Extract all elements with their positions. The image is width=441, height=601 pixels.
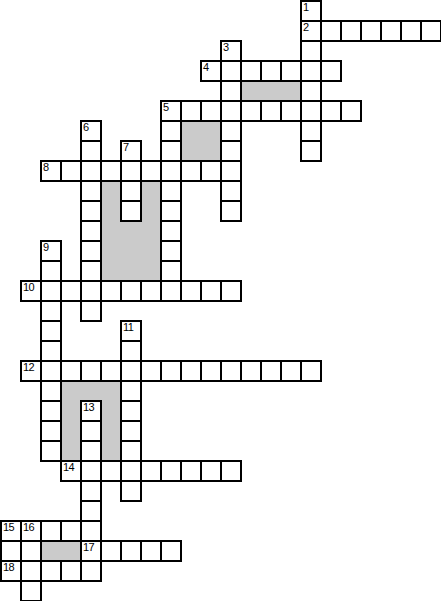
grid-cell[interactable]: [120, 400, 142, 422]
grid-cell[interactable]: [120, 360, 142, 382]
grid-cell[interactable]: [300, 60, 322, 82]
grid-cell[interactable]: [260, 360, 282, 382]
grid-cell[interactable]: [180, 160, 202, 182]
shaded-cell: [180, 120, 200, 140]
grid-cell[interactable]: [220, 80, 242, 102]
grid-cell[interactable]: [40, 300, 62, 322]
grid-cell[interactable]: [40, 400, 62, 422]
grid-cell[interactable]: [40, 520, 62, 542]
grid-cell[interactable]: [80, 300, 102, 322]
grid-cell[interactable]: [80, 280, 102, 302]
grid-cell[interactable]: [80, 140, 102, 162]
grid-cell[interactable]: [80, 460, 102, 482]
shaded-cell: [140, 240, 160, 260]
grid-cell[interactable]: [220, 460, 242, 482]
grid-cell[interactable]: [300, 80, 322, 102]
grid-cell[interactable]: [160, 240, 182, 262]
grid-cell[interactable]: [120, 180, 142, 202]
grid-cell[interactable]: [40, 340, 62, 362]
shaded-cell: [60, 420, 80, 440]
clue-number: 9: [43, 242, 49, 253]
grid-cell[interactable]: [220, 160, 242, 182]
grid-cell[interactable]: [80, 180, 102, 202]
grid-cell[interactable]: [60, 280, 82, 302]
shaded-cell: [280, 80, 300, 100]
grid-cell[interactable]: [80, 480, 102, 502]
clue-number: 5: [163, 102, 169, 113]
grid-cell[interactable]: [260, 100, 282, 122]
clue-number: 17: [83, 542, 94, 553]
grid-cell[interactable]: [180, 280, 202, 302]
grid-cell[interactable]: [380, 20, 402, 42]
grid-cell[interactable]: [40, 260, 62, 282]
shaded-cell: [100, 440, 120, 460]
grid-cell[interactable]: [100, 460, 122, 482]
grid-cell[interactable]: [60, 560, 82, 582]
grid-cell[interactable]: [20, 560, 42, 582]
grid-cell[interactable]: [180, 100, 202, 122]
grid-cell[interactable]: [160, 160, 182, 182]
grid-cell[interactable]: [160, 360, 182, 382]
grid-cell[interactable]: [80, 240, 102, 262]
shaded-cell: [80, 380, 100, 400]
grid-cell[interactable]: [120, 440, 142, 462]
clue-number: 15: [3, 522, 14, 533]
shaded-cell: [140, 260, 160, 280]
shaded-cell: [120, 220, 140, 240]
grid-cell[interactable]: [360, 20, 382, 42]
grid-cell[interactable]: [100, 280, 122, 302]
clue-number: 12: [23, 362, 34, 373]
grid-cell[interactable]: [160, 280, 182, 302]
clue-number: 18: [3, 562, 14, 573]
grid-cell[interactable]: [120, 460, 142, 482]
grid-cell[interactable]: [80, 220, 102, 242]
grid-cell[interactable]: [280, 60, 302, 82]
grid-cell[interactable]: [240, 360, 262, 382]
grid-cell[interactable]: [160, 120, 182, 142]
grid-cell[interactable]: [280, 100, 302, 122]
shaded-cell: [100, 220, 120, 240]
shaded-cell: [100, 400, 120, 420]
grid-cell[interactable]: [300, 140, 322, 162]
shaded-cell: [100, 380, 120, 400]
shaded-cell: [100, 180, 120, 200]
shaded-cell: [240, 80, 260, 100]
grid-cell[interactable]: [40, 560, 62, 582]
grid-cell[interactable]: [40, 420, 62, 442]
clue-number: 6: [83, 122, 89, 133]
grid-cell[interactable]: [60, 360, 82, 382]
grid-cell[interactable]: [320, 20, 342, 42]
grid-cell[interactable]: [300, 120, 322, 142]
grid-cell[interactable]: [80, 420, 102, 442]
clue-number: 7: [123, 142, 129, 153]
grid-cell[interactable]: [220, 60, 242, 82]
grid-cell[interactable]: [340, 20, 362, 42]
grid-cell[interactable]: [160, 260, 182, 282]
clue-number: 13: [83, 402, 94, 413]
grid-cell[interactable]: [160, 200, 182, 222]
grid-cell[interactable]: [140, 280, 162, 302]
grid-cell[interactable]: [300, 40, 322, 62]
clue-number: 4: [203, 62, 209, 73]
shaded-cell: [200, 140, 220, 160]
grid-cell[interactable]: [220, 120, 242, 142]
grid-cell[interactable]: [200, 360, 222, 382]
grid-cell[interactable]: [40, 320, 62, 342]
grid-cell[interactable]: [20, 540, 42, 562]
clue-number: 8: [43, 162, 49, 173]
grid-cell[interactable]: [140, 460, 162, 482]
shaded-cell: [40, 540, 60, 560]
grid-cell[interactable]: [200, 460, 222, 482]
grid-cell[interactable]: [180, 460, 202, 482]
shaded-cell: [140, 220, 160, 240]
grid-cell[interactable]: [60, 160, 82, 182]
grid-cell[interactable]: [80, 440, 102, 462]
grid-cell[interactable]: [60, 520, 82, 542]
grid-cell[interactable]: [80, 160, 102, 182]
shaded-cell: [60, 540, 80, 560]
grid-cell[interactable]: [100, 160, 122, 182]
grid-cell[interactable]: [40, 440, 62, 462]
grid-cell[interactable]: [160, 180, 182, 202]
grid-cell[interactable]: [200, 100, 222, 122]
grid-cell[interactable]: [200, 160, 222, 182]
shaded-cell: [180, 140, 200, 160]
grid-cell[interactable]: [180, 360, 202, 382]
shaded-cell: [140, 200, 160, 220]
grid-cell[interactable]: [80, 560, 102, 582]
shaded-cell: [100, 200, 120, 220]
grid-cell[interactable]: [320, 100, 342, 122]
grid-cell[interactable]: [80, 520, 102, 542]
grid-cell[interactable]: [40, 380, 62, 402]
grid-cell[interactable]: [140, 540, 162, 562]
grid-cell[interactable]: [100, 540, 122, 562]
grid-cell[interactable]: [280, 360, 302, 382]
grid-cell[interactable]: [160, 220, 182, 242]
grid-cell[interactable]: [120, 540, 142, 562]
grid-cell[interactable]: [140, 160, 162, 182]
grid-cell[interactable]: [200, 280, 222, 302]
shaded-cell: [60, 400, 80, 420]
grid-cell[interactable]: [220, 180, 242, 202]
grid-cell[interactable]: [40, 280, 62, 302]
grid-cell[interactable]: [220, 280, 242, 302]
grid-cell[interactable]: [0, 540, 22, 562]
grid-cell[interactable]: [220, 200, 242, 222]
grid-cell[interactable]: [100, 360, 122, 382]
grid-cell[interactable]: [220, 360, 242, 382]
grid-cell[interactable]: [220, 100, 242, 122]
shaded-cell: [200, 120, 220, 140]
shaded-cell: [100, 260, 120, 280]
grid-cell[interactable]: [420, 20, 441, 42]
grid-cell[interactable]: [120, 280, 142, 302]
shaded-cell: [60, 380, 80, 400]
grid-cell[interactable]: [120, 480, 142, 502]
grid-cell[interactable]: [340, 100, 362, 122]
grid-cell[interactable]: [300, 360, 322, 382]
shaded-cell: [60, 440, 80, 460]
grid-cell[interactable]: [40, 360, 62, 382]
grid-cell[interactable]: [160, 540, 182, 562]
grid-cell[interactable]: [160, 460, 182, 482]
grid-cell[interactable]: [220, 140, 242, 162]
grid-cell[interactable]: [20, 580, 42, 601]
clue-number: 10: [23, 282, 34, 293]
grid-cell[interactable]: [80, 360, 102, 382]
shaded-cell: [100, 420, 120, 440]
grid-cell[interactable]: [320, 60, 342, 82]
shaded-cell: [140, 180, 160, 200]
grid-cell[interactable]: [120, 200, 142, 222]
grid-cell[interactable]: [300, 100, 322, 122]
clue-number: 2: [303, 22, 309, 33]
clue-number: 14: [63, 462, 74, 473]
shaded-cell: [100, 240, 120, 260]
grid-cell[interactable]: [240, 60, 262, 82]
grid-cell[interactable]: [80, 260, 102, 282]
shaded-cell: [120, 240, 140, 260]
grid-cell[interactable]: [120, 380, 142, 402]
clue-number: 3: [223, 42, 229, 53]
shaded-cell: [120, 260, 140, 280]
grid-cell[interactable]: [400, 20, 422, 42]
grid-cell[interactable]: [80, 500, 102, 522]
grid-cell[interactable]: [80, 200, 102, 222]
grid-cell[interactable]: [140, 360, 162, 382]
clue-number: 11: [123, 322, 133, 333]
crossword-board: 123456789101112131415161718: [0, 0, 441, 601]
grid-cell[interactable]: [260, 60, 282, 82]
grid-cell[interactable]: [160, 140, 182, 162]
clue-number: 1: [303, 2, 309, 13]
grid-cell[interactable]: [120, 160, 142, 182]
shaded-cell: [260, 80, 280, 100]
grid-cell[interactable]: [120, 420, 142, 442]
grid-cell[interactable]: [120, 340, 142, 362]
grid-cell[interactable]: [240, 100, 262, 122]
clue-number: 16: [23, 522, 34, 533]
